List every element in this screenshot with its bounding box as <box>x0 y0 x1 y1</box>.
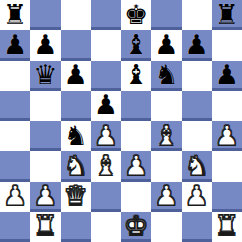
piece-black-knight-f6[interactable]: ♞ <box>154 61 178 88</box>
square-d2[interactable] <box>91 182 121 212</box>
square-g2[interactable]: ♟ <box>182 182 212 212</box>
piece-black-rook-h8[interactable]: ♜ <box>215 1 239 28</box>
square-g6[interactable] <box>182 61 212 91</box>
square-g3[interactable]: ♞ <box>182 151 212 181</box>
square-c5[interactable] <box>61 91 91 121</box>
piece-black-pawn-d5[interactable]: ♟ <box>94 91 118 118</box>
square-b4[interactable] <box>30 121 60 151</box>
square-a1[interactable] <box>0 212 30 242</box>
piece-white-king-e1[interactable]: ♚ <box>124 212 148 239</box>
square-a2[interactable]: ♟ <box>0 182 30 212</box>
square-f2[interactable]: ♟ <box>151 182 181 212</box>
piece-white-bishop-f4[interactable]: ♝ <box>154 122 178 149</box>
piece-white-queen-c2[interactable]: ♛ <box>64 182 88 209</box>
square-f6[interactable]: ♞ <box>151 61 181 91</box>
square-d7[interactable] <box>91 30 121 60</box>
square-g7[interactable]: ♟ <box>182 30 212 60</box>
piece-white-bishop-d3[interactable]: ♝ <box>94 152 118 179</box>
piece-black-pawn-h6[interactable]: ♟ <box>215 61 239 88</box>
square-c2[interactable]: ♛ <box>61 182 91 212</box>
square-e2[interactable] <box>121 182 151 212</box>
square-e1[interactable]: ♚ <box>121 212 151 242</box>
square-e5[interactable] <box>121 91 151 121</box>
square-h6[interactable]: ♟ <box>212 61 242 91</box>
square-b7[interactable]: ♟ <box>30 30 60 60</box>
square-d6[interactable] <box>91 61 121 91</box>
square-d8[interactable] <box>91 0 121 30</box>
square-f4[interactable]: ♝ <box>151 121 181 151</box>
square-d4[interactable]: ♟ <box>91 121 121 151</box>
square-a7[interactable]: ♟ <box>0 30 30 60</box>
square-b6[interactable]: ♛ <box>30 61 60 91</box>
square-c7[interactable] <box>61 30 91 60</box>
piece-black-bishop-e6[interactable]: ♝ <box>124 61 148 88</box>
piece-white-pawn-h4[interactable]: ♟ <box>215 122 239 149</box>
square-a6[interactable] <box>0 61 30 91</box>
square-b5[interactable] <box>30 91 60 121</box>
piece-black-pawn-b7[interactable]: ♟ <box>33 31 57 58</box>
square-e3[interactable]: ♟ <box>121 151 151 181</box>
square-g5[interactable] <box>182 91 212 121</box>
square-h7[interactable] <box>212 30 242 60</box>
square-e8[interactable]: ♚ <box>121 0 151 30</box>
piece-white-pawn-d4[interactable]: ♟ <box>94 122 118 149</box>
square-d5[interactable]: ♟ <box>91 91 121 121</box>
piece-black-pawn-a7[interactable]: ♟ <box>3 31 27 58</box>
piece-white-pawn-a2[interactable]: ♟ <box>3 182 27 209</box>
piece-white-knight-g3[interactable]: ♞ <box>185 152 209 179</box>
piece-black-knight-c4[interactable]: ♞ <box>64 122 88 149</box>
square-g1[interactable] <box>182 212 212 242</box>
square-a5[interactable] <box>0 91 30 121</box>
piece-black-king-e8[interactable]: ♚ <box>124 1 148 28</box>
square-c6[interactable]: ♟ <box>61 61 91 91</box>
square-c1[interactable] <box>61 212 91 242</box>
piece-white-pawn-g2[interactable]: ♟ <box>185 182 209 209</box>
square-b3[interactable] <box>30 151 60 181</box>
piece-black-queen-b6[interactable]: ♛ <box>33 61 57 88</box>
square-f8[interactable] <box>151 0 181 30</box>
square-d3[interactable]: ♝ <box>91 151 121 181</box>
square-h4[interactable]: ♟ <box>212 121 242 151</box>
piece-white-rook-h1[interactable]: ♜ <box>215 212 239 239</box>
square-f1[interactable] <box>151 212 181 242</box>
piece-black-rook-a8[interactable]: ♜ <box>3 1 27 28</box>
square-f7[interactable]: ♟ <box>151 30 181 60</box>
piece-black-bishop-e7[interactable]: ♝ <box>124 31 148 58</box>
square-e6[interactable]: ♝ <box>121 61 151 91</box>
square-e7[interactable]: ♝ <box>121 30 151 60</box>
square-c4[interactable]: ♞ <box>61 121 91 151</box>
square-h8[interactable]: ♜ <box>212 0 242 30</box>
square-e4[interactable] <box>121 121 151 151</box>
square-g4[interactable] <box>182 121 212 151</box>
piece-black-pawn-f7[interactable]: ♟ <box>154 31 178 58</box>
piece-white-pawn-e3[interactable]: ♟ <box>124 152 148 179</box>
square-h3[interactable] <box>212 151 242 181</box>
piece-black-pawn-c6[interactable]: ♟ <box>64 61 88 88</box>
square-d1[interactable] <box>91 212 121 242</box>
square-f5[interactable] <box>151 91 181 121</box>
square-h1[interactable]: ♜ <box>212 212 242 242</box>
piece-white-pawn-f2[interactable]: ♟ <box>154 182 178 209</box>
square-f3[interactable] <box>151 151 181 181</box>
square-a3[interactable] <box>0 151 30 181</box>
square-b1[interactable]: ♜ <box>30 212 60 242</box>
piece-white-pawn-b2[interactable]: ♟ <box>33 182 57 209</box>
square-a4[interactable] <box>0 121 30 151</box>
square-b2[interactable]: ♟ <box>30 182 60 212</box>
square-a8[interactable]: ♜ <box>0 0 30 30</box>
square-h5[interactable] <box>212 91 242 121</box>
square-c3[interactable]: ♞ <box>61 151 91 181</box>
square-b8[interactable] <box>30 0 60 30</box>
piece-black-pawn-g7[interactable]: ♟ <box>185 31 209 58</box>
square-h2[interactable] <box>212 182 242 212</box>
piece-white-rook-b1[interactable]: ♜ <box>33 212 57 239</box>
square-c8[interactable] <box>61 0 91 30</box>
piece-white-knight-c3[interactable]: ♞ <box>64 152 88 179</box>
chess-board: ♜♚♜♟♟♝♟♟♛♟♝♞♟♟♞♟♝♟♞♝♟♞♟♟♛♟♟♜♚♜ <box>0 0 242 242</box>
square-g8[interactable] <box>182 0 212 30</box>
